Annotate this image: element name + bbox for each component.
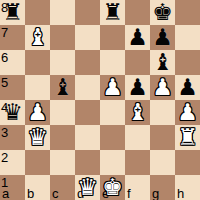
black-rook-icon[interactable]: ♜ — [100, 0, 125, 25]
square-e4[interactable] — [100, 100, 125, 125]
square-f4[interactable]: ♝ — [125, 100, 150, 125]
square-b1[interactable]: b — [25, 175, 50, 200]
square-b7[interactable]: ♝ — [25, 25, 50, 50]
square-h1[interactable]: h — [175, 175, 200, 200]
square-h4[interactable]: ♟ — [175, 100, 200, 125]
square-a5[interactable]: 5 — [0, 75, 25, 100]
square-d3[interactable] — [75, 125, 100, 150]
square-e1[interactable]: e♚ — [100, 175, 125, 200]
square-f2[interactable] — [125, 150, 150, 175]
square-d4[interactable] — [75, 100, 100, 125]
square-g1[interactable]: g — [150, 175, 175, 200]
square-g6[interactable]: ♝ — [150, 50, 175, 75]
square-f3[interactable] — [125, 125, 150, 150]
square-e7[interactable] — [100, 25, 125, 50]
square-d5[interactable] — [75, 75, 100, 100]
square-e5[interactable]: ♟ — [100, 75, 125, 100]
square-d6[interactable] — [75, 50, 100, 75]
square-c7[interactable] — [50, 25, 75, 50]
square-c1[interactable]: c — [50, 175, 75, 200]
white-queen-icon[interactable]: ♛ — [25, 125, 50, 150]
black-queen-icon[interactable]: ♛ — [0, 100, 25, 125]
black-pawn-icon[interactable]: ♟ — [125, 75, 150, 100]
square-g8[interactable]: ♚ — [150, 0, 175, 25]
rank-label-6: 6 — [1, 51, 8, 64]
square-b2[interactable] — [25, 150, 50, 175]
black-pawn-icon[interactable]: ♟ — [175, 75, 200, 100]
rank-label-7: 7 — [1, 26, 8, 39]
white-pawn-icon[interactable]: ♟ — [25, 100, 50, 125]
square-h3[interactable]: ♜ — [175, 125, 200, 150]
black-pawn-icon[interactable]: ♟ — [125, 25, 150, 50]
file-label-h: h — [177, 187, 184, 200]
square-b3[interactable]: ♛ — [25, 125, 50, 150]
square-d8[interactable] — [75, 0, 100, 25]
square-c3[interactable] — [50, 125, 75, 150]
square-h5[interactable]: ♟ — [175, 75, 200, 100]
square-b8[interactable] — [25, 0, 50, 25]
square-c2[interactable] — [50, 150, 75, 175]
square-f5[interactable]: ♟ — [125, 75, 150, 100]
square-a4[interactable]: 4♛ — [0, 100, 25, 125]
square-e3[interactable] — [100, 125, 125, 150]
square-e2[interactable] — [100, 150, 125, 175]
white-pawn-icon[interactable]: ♟ — [175, 100, 200, 125]
square-g3[interactable] — [150, 125, 175, 150]
square-a2[interactable]: 2 — [0, 150, 25, 175]
white-king-icon[interactable]: ♚ — [100, 175, 125, 200]
square-c6[interactable] — [50, 50, 75, 75]
square-f1[interactable]: f — [125, 175, 150, 200]
white-bishop-icon[interactable]: ♝ — [25, 25, 50, 50]
square-b5[interactable] — [25, 75, 50, 100]
square-d1[interactable]: d♛ — [75, 175, 100, 200]
square-g5[interactable]: ♟ — [150, 75, 175, 100]
white-pawn-icon[interactable]: ♟ — [100, 75, 125, 100]
file-label-f: f — [127, 187, 131, 200]
square-h8[interactable] — [175, 0, 200, 25]
file-label-g: g — [152, 187, 159, 200]
white-rook-icon[interactable]: ♜ — [175, 125, 200, 150]
file-label-c: c — [52, 187, 59, 200]
square-f7[interactable]: ♟ — [125, 25, 150, 50]
rank-label-2: 2 — [1, 151, 8, 164]
square-b6[interactable] — [25, 50, 50, 75]
square-e8[interactable]: ♜ — [100, 0, 125, 25]
black-rook-icon[interactable]: ♜ — [0, 0, 25, 25]
square-c4[interactable] — [50, 100, 75, 125]
square-d2[interactable] — [75, 150, 100, 175]
square-e6[interactable] — [100, 50, 125, 75]
square-g7[interactable]: ♟ — [150, 25, 175, 50]
square-g4[interactable] — [150, 100, 175, 125]
black-bishop-icon[interactable]: ♝ — [150, 50, 175, 75]
rank-label-3: 3 — [1, 126, 8, 139]
square-f6[interactable] — [125, 50, 150, 75]
square-c5[interactable]: ♝ — [50, 75, 75, 100]
square-h2[interactable] — [175, 150, 200, 175]
file-label-a: a — [2, 187, 9, 200]
file-label-b: b — [27, 187, 34, 200]
white-bishop-icon[interactable]: ♝ — [125, 100, 150, 125]
black-pawn-icon[interactable]: ♟ — [150, 25, 175, 50]
square-a6[interactable]: 6 — [0, 50, 25, 75]
square-b4[interactable]: ♟ — [25, 100, 50, 125]
black-king-icon[interactable]: ♚ — [150, 0, 175, 25]
white-pawn-icon[interactable]: ♟ — [150, 75, 175, 100]
square-a8[interactable]: 8♜ — [0, 0, 25, 25]
white-queen-icon[interactable]: ♛ — [75, 175, 100, 200]
black-bishop-icon[interactable]: ♝ — [50, 75, 75, 100]
square-a3[interactable]: 3 — [0, 125, 25, 150]
square-c8[interactable] — [50, 0, 75, 25]
square-g2[interactable] — [150, 150, 175, 175]
square-d7[interactable] — [75, 25, 100, 50]
square-f8[interactable] — [125, 0, 150, 25]
square-a1[interactable]: 1a — [0, 175, 25, 200]
square-h7[interactable] — [175, 25, 200, 50]
square-a7[interactable]: 7 — [0, 25, 25, 50]
square-h6[interactable] — [175, 50, 200, 75]
rank-label-5: 5 — [1, 76, 8, 89]
chess-board: 8♜♜♚7♝♟♟6♝5♝♟♟♟♟4♛♟♝♟3♛♜21abcd♛e♚fgh — [0, 0, 200, 200]
